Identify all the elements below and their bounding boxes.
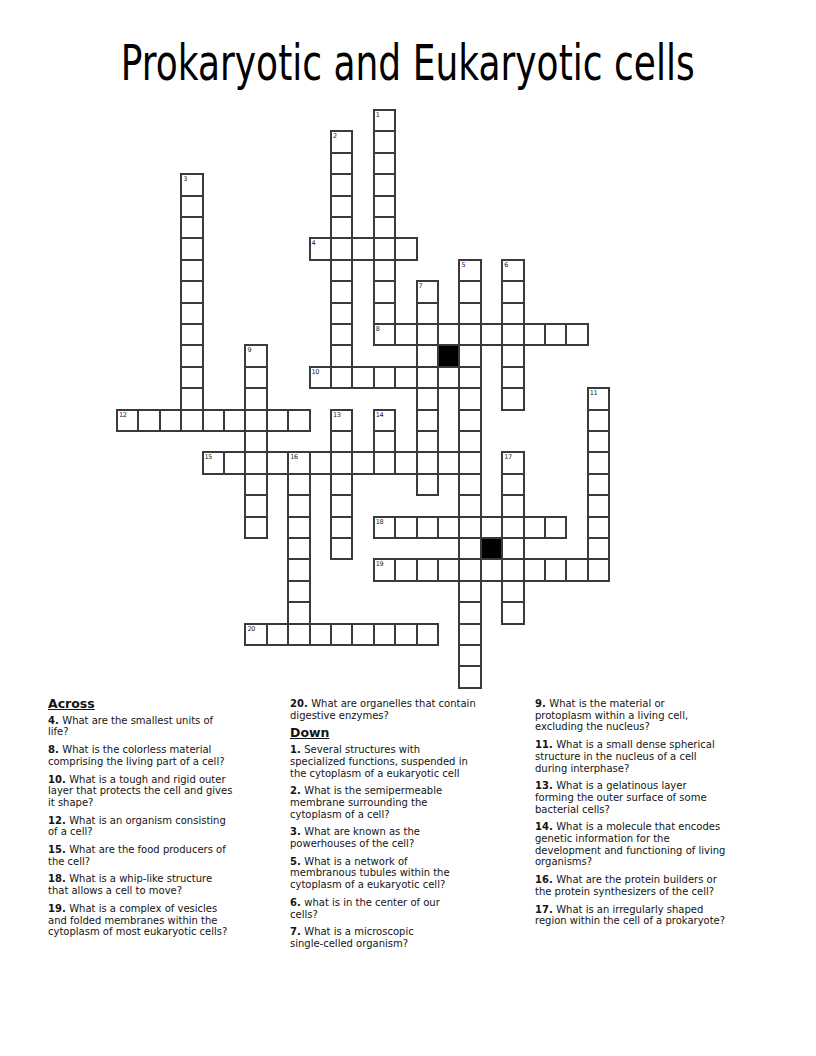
clue-item: 3. What are known as thepowerhouses of t… (290, 826, 532, 849)
clue-number-label: 16 (290, 453, 297, 461)
grid-cell[interactable] (266, 409, 289, 432)
clue-item: 4. What are the smallest units oflife? (48, 715, 290, 738)
grid-cell[interactable] (244, 494, 267, 517)
grid-cell[interactable] (223, 451, 246, 474)
grid-cell[interactable] (437, 558, 460, 581)
grid-cell[interactable] (416, 302, 439, 325)
grid-cell[interactable] (330, 323, 353, 346)
grid-cell[interactable]: 13 (330, 409, 353, 432)
clue-number-label: 13 (333, 411, 340, 419)
grid-cell[interactable] (416, 451, 439, 474)
clue-number-label: 18 (376, 518, 383, 526)
grid-cell[interactable] (458, 516, 481, 539)
grid-cell[interactable] (287, 473, 310, 496)
grid-cell[interactable]: 7 (416, 280, 439, 303)
grid-cell[interactable] (565, 323, 588, 346)
grid-cell[interactable] (416, 473, 439, 496)
grid-cell[interactable] (287, 601, 310, 624)
grid-cell[interactable] (330, 280, 353, 303)
clue-item: 9. What is the material orprotoplasm wit… (535, 698, 777, 733)
clue-item: 18. What is a whip-like structurethat al… (48, 873, 290, 896)
clue-number-label: 20 (247, 625, 254, 633)
grid-cell[interactable] (458, 494, 481, 517)
grid-cell[interactable] (458, 537, 481, 560)
grid-cell[interactable] (287, 537, 310, 560)
clue-item: 20. What are organelles that containdige… (290, 698, 532, 721)
grid-cell[interactable] (416, 516, 439, 539)
grid-cell[interactable] (351, 366, 374, 389)
grid-cell[interactable] (501, 323, 524, 346)
clue-column: Across4. What are the smallest units ofl… (48, 698, 290, 944)
clue-item: 19. What is a complex of vesiclesand fol… (48, 903, 290, 938)
grid-cell[interactable] (480, 516, 503, 539)
grid-cell[interactable] (330, 173, 353, 196)
grid-cell[interactable] (501, 473, 524, 496)
grid-cell[interactable]: 4 (309, 237, 332, 260)
grid-cell[interactable] (437, 323, 460, 346)
grid-cell[interactable] (287, 494, 310, 517)
grid-cell[interactable] (373, 451, 396, 474)
grid-cell[interactable] (458, 558, 481, 581)
clue-list-header: Down (290, 727, 532, 739)
grid-cell[interactable] (458, 344, 481, 367)
grid-cell[interactable] (180, 259, 203, 282)
clue-item: 10. What is a tough and rigid outerlayer… (48, 774, 290, 809)
grid-cell[interactable] (458, 323, 481, 346)
grid-cell[interactable] (501, 344, 524, 367)
grid-cell[interactable] (330, 195, 353, 218)
grid-cell[interactable]: 15 (202, 451, 225, 474)
grid-cell[interactable] (394, 323, 417, 346)
clue-item: 12. What is an organism consistingof a c… (48, 815, 290, 838)
grid-cell[interactable] (544, 516, 567, 539)
grid-cell[interactable] (330, 237, 353, 260)
grid-cell[interactable] (180, 195, 203, 218)
clue-item: 13. What is a gelatinous layerforming th… (535, 780, 777, 815)
grid-cell[interactable] (587, 451, 610, 474)
grid-cell[interactable] (330, 344, 353, 367)
grid-cell[interactable] (587, 558, 610, 581)
grid-cell[interactable] (501, 601, 524, 624)
grid-cell[interactable] (330, 430, 353, 453)
grid-cell[interactable] (330, 623, 353, 646)
clue-number-label: 19 (376, 560, 383, 568)
grid-cell[interactable] (458, 580, 481, 603)
grid-cell[interactable]: 18 (373, 516, 396, 539)
grid-cell[interactable]: 9 (244, 344, 267, 367)
grid-cell[interactable] (373, 195, 396, 218)
grid-cell[interactable] (309, 451, 332, 474)
grid-cell[interactable] (244, 387, 267, 410)
grid-cell[interactable] (501, 516, 524, 539)
grid-cell[interactable] (330, 537, 353, 560)
grid-cell[interactable] (330, 516, 353, 539)
clue-number-label: 7 (419, 282, 423, 290)
grid-cell[interactable] (437, 366, 460, 389)
grid-cell[interactable]: 16 (287, 451, 310, 474)
grid-cell[interactable] (309, 623, 332, 646)
grid-cell[interactable] (544, 558, 567, 581)
grid-cell[interactable] (416, 366, 439, 389)
grid-cell[interactable] (180, 323, 203, 346)
grid-cell[interactable] (287, 580, 310, 603)
grid-cell[interactable] (416, 323, 439, 346)
grid-cell[interactable] (180, 344, 203, 367)
grid-cell[interactable]: 14 (373, 409, 396, 432)
grid-cell[interactable] (351, 237, 374, 260)
grid-cell[interactable] (480, 323, 503, 346)
grid-cell[interactable] (458, 644, 481, 667)
grid-cell[interactable] (587, 537, 610, 560)
grid-cell[interactable] (587, 516, 610, 539)
grid-cell[interactable] (330, 451, 353, 474)
grid-cell[interactable] (394, 366, 417, 389)
grid-cell[interactable] (180, 366, 203, 389)
grid-cell[interactable] (244, 516, 267, 539)
grid-cell[interactable] (351, 623, 374, 646)
grid-cell[interactable] (416, 430, 439, 453)
grid-cell[interactable] (287, 623, 310, 646)
grid-cell[interactable] (458, 409, 481, 432)
grid-cell[interactable] (501, 302, 524, 325)
grid-cell[interactable]: 19 (373, 558, 396, 581)
grid-cell[interactable] (244, 409, 267, 432)
grid-cell[interactable] (373, 216, 396, 239)
grid-cell[interactable] (373, 623, 396, 646)
clue-number-label: 4 (312, 239, 316, 247)
grid-cell[interactable]: 2 (330, 130, 353, 153)
grid-cell[interactable] (437, 451, 460, 474)
grid-cell[interactable] (373, 302, 396, 325)
clue-number-label: 3 (183, 175, 187, 183)
grid-cell[interactable] (501, 366, 524, 389)
grid-cell[interactable] (523, 323, 546, 346)
black-cell (480, 537, 503, 560)
grid-cell[interactable] (373, 173, 396, 196)
grid-cell[interactable] (458, 280, 481, 303)
grid-cell[interactable] (458, 430, 481, 453)
grid-cell[interactable] (416, 623, 439, 646)
grid-cell[interactable] (330, 216, 353, 239)
grid-cell[interactable] (394, 516, 417, 539)
grid-cell[interactable] (373, 259, 396, 282)
puzzle-title: Prokaryotic and Eukaryotic cells (121, 34, 695, 92)
clue-item: 17. What is an irregularly shapedregion … (535, 904, 777, 927)
grid-cell[interactable] (180, 237, 203, 260)
grid-cell[interactable] (501, 387, 524, 410)
clue-item: 1. Several structures withspecialized fu… (290, 744, 532, 779)
grid-cell[interactable] (544, 323, 567, 346)
grid-cell[interactable] (244, 473, 267, 496)
grid-cell[interactable] (180, 216, 203, 239)
grid-cell[interactable] (330, 152, 353, 175)
grid-cell[interactable] (330, 366, 353, 389)
black-cell (437, 344, 460, 367)
grid-cell[interactable] (351, 451, 374, 474)
clue-number-label: 14 (376, 411, 383, 419)
crossword-worksheet: Prokaryotic and Eukaryotic cells 1234567… (0, 0, 816, 1056)
grid-cell[interactable] (458, 601, 481, 624)
grid-cell[interactable] (523, 558, 546, 581)
grid-cell[interactable] (565, 558, 588, 581)
grid-cell[interactable]: 12 (116, 409, 139, 432)
grid-cell[interactable]: 3 (180, 173, 203, 196)
grid-cell[interactable] (501, 280, 524, 303)
clue-number-label: 6 (504, 261, 508, 269)
grid-cell[interactable] (416, 409, 439, 432)
grid-cell[interactable]: 6 (501, 259, 524, 282)
clue-column: 9. What is the material orprotoplasm wit… (535, 698, 777, 933)
grid-cell[interactable] (180, 280, 203, 303)
clue-item: 8. What is the colorless materialcompris… (48, 744, 290, 767)
clue-column: 20. What are organelles that containdige… (290, 698, 532, 956)
clue-number-label: 12 (119, 411, 126, 419)
grid-cell[interactable] (373, 280, 396, 303)
grid-cell[interactable] (501, 494, 524, 517)
clue-item: 7. What is a microscopicsingle-celled or… (290, 926, 532, 949)
grid-cell[interactable]: 1 (373, 109, 396, 132)
grid-cell[interactable] (587, 409, 610, 432)
grid-cell[interactable] (223, 409, 246, 432)
grid-cell[interactable] (587, 494, 610, 517)
clue-number-label: 5 (461, 261, 465, 269)
grid-cell[interactable] (373, 366, 396, 389)
clue-number-label: 10 (312, 368, 319, 376)
grid-cell[interactable] (416, 387, 439, 410)
grid-cell[interactable] (416, 344, 439, 367)
clue-number-label: 9 (247, 346, 251, 354)
grid-cell[interactable] (458, 665, 481, 688)
clue-number-label: 17 (504, 453, 511, 461)
grid-cell[interactable] (458, 366, 481, 389)
clue-item: 2. What is the semipermeablemembrane sur… (290, 785, 532, 820)
grid-cell[interactable] (330, 259, 353, 282)
grid-cell[interactable] (244, 451, 267, 474)
grid-cell[interactable] (480, 558, 503, 581)
grid-cell[interactable] (330, 302, 353, 325)
grid-cell[interactable] (373, 430, 396, 453)
grid-cell[interactable] (180, 302, 203, 325)
clue-number-label: 8 (376, 325, 380, 333)
grid-cell[interactable] (180, 409, 203, 432)
grid-cell[interactable]: 10 (309, 366, 332, 389)
grid-cell[interactable] (458, 623, 481, 646)
grid-cell[interactable] (330, 494, 353, 517)
grid-cell[interactable] (501, 558, 524, 581)
clue-number-label: 1 (376, 111, 380, 119)
clue-number-label: 15 (205, 453, 212, 461)
title-wrap: Prokaryotic and Eukaryotic cells (0, 34, 816, 92)
clue-list-header: Across (48, 698, 290, 710)
grid-cell[interactable] (501, 580, 524, 603)
grid-cell[interactable] (501, 537, 524, 560)
clue-item: 14. What is a molecule that encodesgenet… (535, 821, 777, 868)
grid-cell[interactable] (458, 451, 481, 474)
grid-cell[interactable] (137, 409, 160, 432)
clue-item: 15. What are the food producers ofthe ce… (48, 844, 290, 867)
grid-cell[interactable] (394, 237, 417, 260)
grid-cell[interactable] (287, 516, 310, 539)
grid-cell[interactable] (458, 302, 481, 325)
grid-cell[interactable] (373, 130, 396, 153)
grid-cell[interactable] (244, 430, 267, 453)
grid-cell[interactable]: 17 (501, 451, 524, 474)
grid-cell[interactable] (159, 409, 182, 432)
grid-cell[interactable]: 20 (244, 623, 267, 646)
grid-cell[interactable] (287, 558, 310, 581)
clue-item: 11. What is a small dense sphericalstruc… (535, 739, 777, 774)
grid-cell[interactable] (458, 473, 481, 496)
grid-cell[interactable] (287, 409, 310, 432)
grid-cell[interactable] (458, 387, 481, 410)
grid-cell[interactable] (416, 558, 439, 581)
grid-cell[interactable] (437, 516, 460, 539)
grid-cell[interactable] (266, 623, 289, 646)
grid-cell[interactable] (394, 558, 417, 581)
grid-cell[interactable] (330, 473, 353, 496)
grid-cell[interactable] (394, 623, 417, 646)
grid-cell[interactable] (373, 152, 396, 175)
clue-number-label: 2 (333, 132, 337, 140)
grid-cell[interactable] (244, 366, 267, 389)
grid-cell[interactable] (180, 387, 203, 410)
grid-cell[interactable] (523, 516, 546, 539)
grid-cell[interactable]: 8 (373, 323, 396, 346)
grid-cell[interactable]: 11 (587, 387, 610, 410)
grid-cell[interactable] (587, 430, 610, 453)
grid-cell[interactable]: 5 (458, 259, 481, 282)
clue-item: 6. what is in the center of ourcells? (290, 897, 532, 920)
clue-item: 16. What are the protein builders orthe … (535, 874, 777, 897)
clue-number-label: 11 (590, 389, 597, 397)
grid-cell[interactable] (394, 451, 417, 474)
grid-cell[interactable] (202, 409, 225, 432)
grid-cell[interactable] (587, 473, 610, 496)
grid-cell[interactable] (266, 451, 289, 474)
grid-cell[interactable] (373, 237, 396, 260)
clue-item: 5. What is a network ofmembranous tubule… (290, 856, 532, 891)
